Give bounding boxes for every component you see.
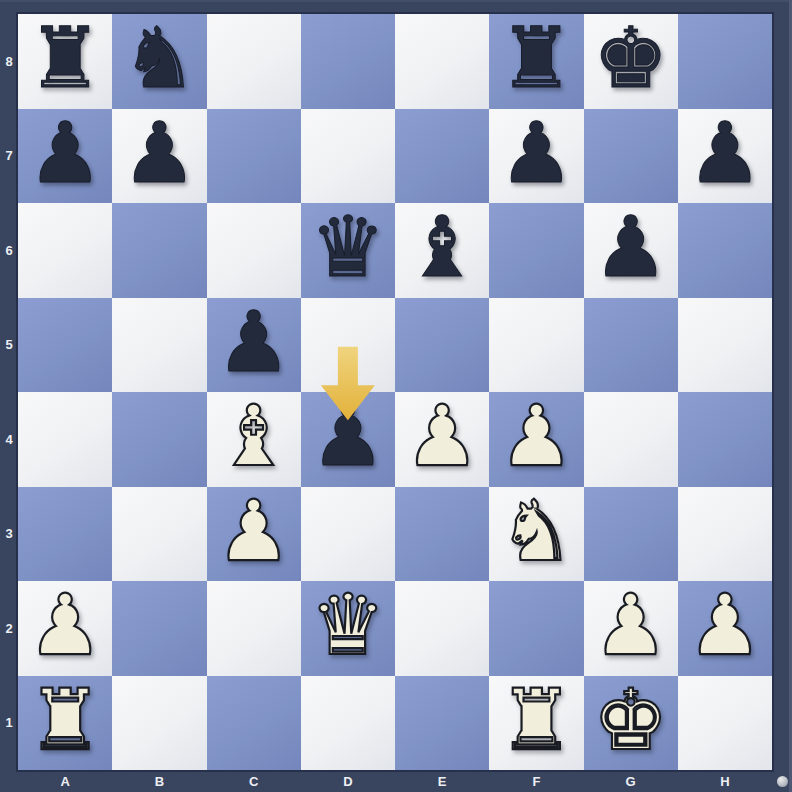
rank-label-5: 5 bbox=[0, 298, 18, 393]
black-pawn[interactable]: ♟ bbox=[687, 111, 762, 195]
white-pawn[interactable]: ♟ bbox=[687, 583, 762, 667]
square-c1[interactable] bbox=[207, 676, 301, 771]
white-queen[interactable]: ♛ bbox=[310, 583, 385, 667]
square-f3[interactable]: ♞ bbox=[489, 487, 583, 582]
square-g4[interactable] bbox=[584, 392, 678, 487]
square-h4[interactable] bbox=[678, 392, 772, 487]
square-c5[interactable]: ♟ bbox=[207, 298, 301, 393]
square-h7[interactable]: ♟ bbox=[678, 109, 772, 204]
square-e1[interactable] bbox=[395, 676, 489, 771]
square-d6[interactable]: ♛ bbox=[301, 203, 395, 298]
square-h6[interactable] bbox=[678, 203, 772, 298]
square-e5[interactable] bbox=[395, 298, 489, 393]
white-bishop[interactable]: ♝ bbox=[216, 394, 291, 478]
square-d5[interactable] bbox=[301, 298, 395, 393]
rank-label-8: 8 bbox=[0, 14, 18, 109]
square-g7[interactable] bbox=[584, 109, 678, 204]
white-pawn[interactable]: ♟ bbox=[404, 394, 479, 478]
square-d7[interactable] bbox=[301, 109, 395, 204]
square-b5[interactable] bbox=[112, 298, 206, 393]
file-label-d: D bbox=[301, 770, 395, 792]
square-b7[interactable]: ♟ bbox=[112, 109, 206, 204]
white-rook[interactable]: ♜ bbox=[499, 678, 574, 762]
black-queen[interactable]: ♛ bbox=[310, 205, 385, 289]
square-h2[interactable]: ♟ bbox=[678, 581, 772, 676]
square-a8[interactable]: ♜ bbox=[18, 14, 112, 109]
square-b1[interactable] bbox=[112, 676, 206, 771]
square-c7[interactable] bbox=[207, 109, 301, 204]
black-pawn[interactable]: ♟ bbox=[310, 394, 385, 478]
white-rook[interactable]: ♜ bbox=[27, 678, 102, 762]
square-a6[interactable] bbox=[18, 203, 112, 298]
black-pawn[interactable]: ♟ bbox=[122, 111, 197, 195]
square-a5[interactable] bbox=[18, 298, 112, 393]
square-e2[interactable] bbox=[395, 581, 489, 676]
square-d1[interactable] bbox=[301, 676, 395, 771]
white-pawn[interactable]: ♟ bbox=[593, 583, 668, 667]
square-g3[interactable] bbox=[584, 487, 678, 582]
square-f1[interactable]: ♜ bbox=[489, 676, 583, 771]
square-e3[interactable] bbox=[395, 487, 489, 582]
file-labels: ABCDEFGH bbox=[18, 770, 772, 792]
square-b6[interactable] bbox=[112, 203, 206, 298]
black-knight[interactable]: ♞ bbox=[122, 16, 197, 100]
watermark-ball-icon bbox=[777, 776, 788, 787]
white-pawn[interactable]: ♟ bbox=[216, 489, 291, 573]
square-b3[interactable] bbox=[112, 487, 206, 582]
file-label-g: G bbox=[584, 770, 678, 792]
black-pawn[interactable]: ♟ bbox=[216, 300, 291, 384]
square-e6[interactable]: ♝ bbox=[395, 203, 489, 298]
square-f6[interactable] bbox=[489, 203, 583, 298]
black-pawn[interactable]: ♟ bbox=[499, 111, 574, 195]
square-f2[interactable] bbox=[489, 581, 583, 676]
square-e8[interactable] bbox=[395, 14, 489, 109]
rank-label-7: 7 bbox=[0, 109, 18, 204]
square-h1[interactable] bbox=[678, 676, 772, 771]
white-pawn[interactable]: ♟ bbox=[499, 394, 574, 478]
square-c2[interactable] bbox=[207, 581, 301, 676]
file-label-h: H bbox=[678, 770, 772, 792]
square-d4[interactable]: ♟ bbox=[301, 392, 395, 487]
square-c8[interactable] bbox=[207, 14, 301, 109]
file-label-f: F bbox=[489, 770, 583, 792]
square-g8[interactable]: ♚ bbox=[584, 14, 678, 109]
square-h5[interactable] bbox=[678, 298, 772, 393]
black-pawn[interactable]: ♟ bbox=[27, 111, 102, 195]
black-rook[interactable]: ♜ bbox=[27, 16, 102, 100]
white-king[interactable]: ♚ bbox=[593, 678, 668, 762]
rank-label-4: 4 bbox=[0, 392, 18, 487]
chess-board-window: ♜♞♜♚♟♟♟♟♛♝♟♟♝♟♟♟♟♞♟♛♟♟♜♜♚ 87654321 ABCDE… bbox=[0, 0, 792, 792]
square-c6[interactable] bbox=[207, 203, 301, 298]
white-pawn[interactable]: ♟ bbox=[27, 583, 102, 667]
square-g5[interactable] bbox=[584, 298, 678, 393]
black-rook[interactable]: ♜ bbox=[499, 16, 574, 100]
square-a3[interactable] bbox=[18, 487, 112, 582]
square-a7[interactable]: ♟ bbox=[18, 109, 112, 204]
rank-label-1: 1 bbox=[0, 676, 18, 771]
square-b4[interactable] bbox=[112, 392, 206, 487]
square-f7[interactable]: ♟ bbox=[489, 109, 583, 204]
square-a1[interactable]: ♜ bbox=[18, 676, 112, 771]
black-pawn[interactable]: ♟ bbox=[593, 205, 668, 289]
file-label-a: A bbox=[18, 770, 112, 792]
white-knight[interactable]: ♞ bbox=[499, 489, 574, 573]
file-label-e: E bbox=[395, 770, 489, 792]
square-b2[interactable] bbox=[112, 581, 206, 676]
square-e4[interactable]: ♟ bbox=[395, 392, 489, 487]
chess-board: ♜♞♜♚♟♟♟♟♛♝♟♟♝♟♟♟♟♞♟♛♟♟♜♜♚ bbox=[18, 14, 772, 770]
square-a4[interactable] bbox=[18, 392, 112, 487]
square-c3[interactable]: ♟ bbox=[207, 487, 301, 582]
black-king[interactable]: ♚ bbox=[593, 16, 668, 100]
square-b8[interactable]: ♞ bbox=[112, 14, 206, 109]
square-d8[interactable] bbox=[301, 14, 395, 109]
square-d2[interactable]: ♛ bbox=[301, 581, 395, 676]
rank-labels: 87654321 bbox=[0, 14, 18, 770]
square-f8[interactable]: ♜ bbox=[489, 14, 583, 109]
square-h8[interactable] bbox=[678, 14, 772, 109]
file-label-b: B bbox=[112, 770, 206, 792]
square-e7[interactable] bbox=[395, 109, 489, 204]
rank-label-6: 6 bbox=[0, 203, 18, 298]
rank-label-2: 2 bbox=[0, 581, 18, 676]
rank-label-3: 3 bbox=[0, 487, 18, 582]
black-bishop[interactable]: ♝ bbox=[404, 205, 479, 289]
square-h3[interactable] bbox=[678, 487, 772, 582]
square-d3[interactable] bbox=[301, 487, 395, 582]
square-a2[interactable]: ♟ bbox=[18, 581, 112, 676]
square-c4[interactable]: ♝ bbox=[207, 392, 301, 487]
square-f5[interactable] bbox=[489, 298, 583, 393]
file-label-c: C bbox=[207, 770, 301, 792]
square-f4[interactable]: ♟ bbox=[489, 392, 583, 487]
square-g2[interactable]: ♟ bbox=[584, 581, 678, 676]
square-g1[interactable]: ♚ bbox=[584, 676, 678, 771]
square-g6[interactable]: ♟ bbox=[584, 203, 678, 298]
